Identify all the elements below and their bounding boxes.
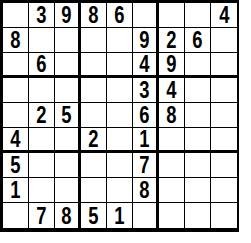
cell-r8c1[interactable]: 1 — [3, 178, 29, 203]
cell-r5c8[interactable] — [185, 103, 211, 128]
cell-r3c2[interactable]: 6 — [29, 53, 55, 78]
given-digit: 7 — [36, 204, 46, 228]
cell-r5c6[interactable]: 6 — [133, 103, 159, 128]
given-digit: 3 — [139, 78, 149, 102]
cell-r2c4[interactable] — [81, 28, 107, 53]
cell-r6c5[interactable] — [107, 128, 133, 153]
given-digit: 4 — [166, 78, 176, 102]
cell-r7c4[interactable] — [81, 153, 107, 178]
given-digit: 6 — [36, 53, 46, 76]
given-digit: 6 — [192, 28, 202, 52]
given-digit: 4 — [139, 53, 149, 76]
cell-r5c9[interactable] — [211, 103, 237, 128]
cell-r4c3[interactable] — [55, 78, 81, 103]
cell-r4c7[interactable]: 4 — [159, 78, 185, 103]
given-digit: 3 — [36, 3, 46, 27]
cell-r7c9[interactable] — [211, 153, 237, 178]
given-digit: 2 — [166, 28, 176, 52]
cell-r5c3[interactable]: 5 — [55, 103, 81, 128]
cell-r1c4[interactable]: 8 — [81, 3, 107, 28]
cell-r8c3[interactable] — [55, 178, 81, 203]
cell-r4c5[interactable] — [107, 78, 133, 103]
given-digit: 2 — [36, 103, 46, 127]
given-digit: 1 — [139, 128, 149, 151]
cell-r4c6[interactable]: 3 — [133, 78, 159, 103]
given-digit: 8 — [61, 204, 71, 228]
cell-r9c1[interactable] — [3, 203, 29, 228]
cell-r3c6[interactable]: 4 — [133, 53, 159, 78]
cell-r1c7[interactable] — [159, 3, 185, 28]
cell-r5c2[interactable]: 2 — [29, 103, 55, 128]
cell-r8c5[interactable] — [107, 178, 133, 203]
cell-r6c8[interactable] — [185, 128, 211, 153]
given-digit: 9 — [139, 28, 149, 52]
given-digit: 1 — [10, 178, 20, 202]
cell-r8c4[interactable] — [81, 178, 107, 203]
cell-r4c1[interactable] — [3, 78, 29, 103]
sudoku-board: 39864892664934256842157187851 — [0, 0, 239, 232]
given-digit: 8 — [139, 178, 149, 202]
cell-r2c6[interactable]: 9 — [133, 28, 159, 53]
cell-r6c2[interactable] — [29, 128, 55, 153]
cell-r1c3[interactable]: 9 — [55, 3, 81, 28]
cell-r1c6[interactable] — [133, 3, 159, 28]
cell-r7c7[interactable] — [159, 153, 185, 178]
cell-r2c8[interactable]: 6 — [185, 28, 211, 53]
cell-r1c8[interactable] — [185, 3, 211, 28]
cell-r6c9[interactable] — [211, 128, 237, 153]
cell-r9c7[interactable] — [159, 203, 185, 228]
given-digit: 8 — [10, 28, 20, 52]
cell-r2c1[interactable]: 8 — [3, 28, 29, 53]
given-digit: 5 — [88, 204, 98, 228]
cell-r2c3[interactable] — [55, 28, 81, 53]
given-digit: 6 — [114, 3, 124, 27]
given-digit: 9 — [166, 53, 176, 76]
given-digit: 5 — [10, 153, 20, 177]
cell-r9c2[interactable]: 7 — [29, 203, 55, 228]
cell-r1c1[interactable] — [3, 3, 29, 28]
cell-r1c9[interactable]: 4 — [211, 3, 237, 28]
given-digit: 2 — [88, 128, 98, 151]
given-digit: 9 — [61, 3, 71, 27]
cell-r4c2[interactable] — [29, 78, 55, 103]
given-digit: 8 — [166, 103, 176, 127]
cell-r9c9[interactable] — [211, 203, 237, 228]
cell-r2c7[interactable]: 2 — [159, 28, 185, 53]
cell-r7c1[interactable]: 5 — [3, 153, 29, 178]
cell-r7c5[interactable] — [107, 153, 133, 178]
given-digit: 5 — [61, 103, 71, 127]
cell-r8c8[interactable] — [185, 178, 211, 203]
cell-r8c6[interactable]: 8 — [133, 178, 159, 203]
cell-r9c5[interactable]: 1 — [107, 203, 133, 228]
cell-r6c4[interactable]: 2 — [81, 128, 107, 153]
cell-r8c7[interactable] — [159, 178, 185, 203]
cell-r4c4[interactable] — [81, 78, 107, 103]
cell-r6c3[interactable] — [55, 128, 81, 153]
given-digit: 6 — [139, 103, 149, 127]
cell-r5c5[interactable] — [107, 103, 133, 128]
cell-r4c9[interactable] — [211, 78, 237, 103]
cell-r6c7[interactable] — [159, 128, 185, 153]
cell-r3c9[interactable] — [211, 53, 237, 78]
cell-r9c4[interactable]: 5 — [81, 203, 107, 228]
cell-r3c4[interactable] — [81, 53, 107, 78]
cell-r3c8[interactable] — [185, 53, 211, 78]
cell-r9c8[interactable] — [185, 203, 211, 228]
cell-r5c4[interactable] — [81, 103, 107, 128]
given-digit: 4 — [219, 3, 229, 27]
cell-r8c2[interactable] — [29, 178, 55, 203]
cell-r3c3[interactable] — [55, 53, 81, 78]
cell-r3c1[interactable] — [3, 53, 29, 78]
cell-r9c3[interactable]: 8 — [55, 203, 81, 228]
given-digit: 1 — [114, 204, 124, 228]
cell-r7c6[interactable]: 7 — [133, 153, 159, 178]
given-digit: 7 — [139, 153, 149, 177]
given-digit: 4 — [10, 128, 20, 151]
cell-r7c8[interactable] — [185, 153, 211, 178]
cell-r2c2[interactable] — [29, 28, 55, 53]
cell-r7c2[interactable] — [29, 153, 55, 178]
cell-r4c8[interactable] — [185, 78, 211, 103]
cell-r3c7[interactable]: 9 — [159, 53, 185, 78]
cell-r6c1[interactable]: 4 — [3, 128, 29, 153]
cell-r3c5[interactable] — [107, 53, 133, 78]
cell-r5c7[interactable]: 8 — [159, 103, 185, 128]
cell-r1c2[interactable]: 3 — [29, 3, 55, 28]
given-digit: 8 — [88, 3, 98, 27]
cell-r2c9[interactable] — [211, 28, 237, 53]
cell-r6c6[interactable]: 1 — [133, 128, 159, 153]
cell-r8c9[interactable] — [211, 178, 237, 203]
cell-r1c5[interactable]: 6 — [107, 3, 133, 28]
cell-r7c3[interactable] — [55, 153, 81, 178]
cell-r5c1[interactable] — [3, 103, 29, 128]
cell-r9c6[interactable] — [133, 203, 159, 228]
cell-r2c5[interactable] — [107, 28, 133, 53]
